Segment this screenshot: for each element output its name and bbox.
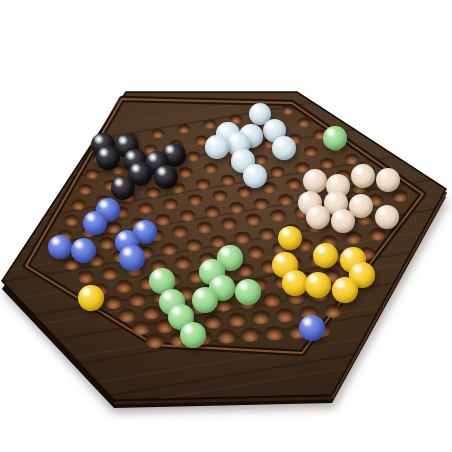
board-hole[interactable] bbox=[99, 237, 115, 249]
board-hole[interactable] bbox=[77, 270, 94, 283]
marble-lightblue[interactable] bbox=[243, 164, 267, 188]
marble-tan[interactable] bbox=[303, 169, 327, 193]
marble-yellow[interactable] bbox=[313, 243, 338, 268]
board-hole[interactable] bbox=[105, 296, 123, 309]
board-hole[interactable] bbox=[265, 326, 284, 340]
board-hole[interactable] bbox=[71, 199, 86, 210]
board-hole[interactable] bbox=[138, 202, 153, 213]
board-hole[interactable] bbox=[186, 239, 202, 251]
marble-yellow[interactable] bbox=[305, 272, 331, 298]
board-hole[interactable] bbox=[263, 293, 281, 307]
board-hole[interactable] bbox=[220, 175, 235, 186]
board-hole[interactable] bbox=[324, 304, 343, 318]
board-hole[interactable] bbox=[276, 308, 295, 322]
board-hole[interactable] bbox=[196, 179, 211, 190]
board-hole[interactable] bbox=[254, 198, 269, 210]
board-hole[interactable] bbox=[212, 190, 227, 201]
board-hole[interactable] bbox=[161, 243, 177, 255]
board-hole[interactable] bbox=[237, 186, 252, 197]
marble-tan[interactable] bbox=[376, 168, 400, 192]
board-hole[interactable] bbox=[252, 310, 271, 324]
marble-lightblue[interactable] bbox=[272, 136, 295, 159]
marble-lightblue[interactable] bbox=[205, 135, 228, 158]
board-hole[interactable] bbox=[369, 228, 386, 241]
board-hole[interactable] bbox=[102, 267, 119, 280]
marble-black[interactable] bbox=[96, 146, 120, 170]
board-hole[interactable] bbox=[259, 228, 275, 240]
board-hole[interactable] bbox=[132, 321, 151, 335]
board-hole[interactable] bbox=[146, 334, 165, 348]
marble-black[interactable] bbox=[154, 165, 178, 189]
board-hole[interactable] bbox=[155, 214, 170, 226]
board-hole[interactable] bbox=[187, 151, 201, 161]
board-hole[interactable] bbox=[188, 194, 203, 205]
board-hole[interactable] bbox=[129, 293, 147, 306]
board-hole[interactable] bbox=[228, 313, 247, 327]
board-hole[interactable] bbox=[345, 154, 360, 165]
board-hole[interactable] bbox=[392, 190, 408, 202]
board-hole[interactable] bbox=[118, 308, 136, 322]
board-hole[interactable] bbox=[229, 202, 244, 214]
board-hole[interactable] bbox=[178, 124, 191, 133]
marble-black[interactable] bbox=[111, 176, 135, 200]
board-hole[interactable] bbox=[221, 218, 237, 230]
board-hole[interactable] bbox=[278, 194, 293, 206]
board-hole[interactable] bbox=[115, 280, 132, 293]
board-hole[interactable] bbox=[217, 329, 236, 343]
board-hole[interactable] bbox=[197, 221, 213, 233]
marble-green[interactable] bbox=[235, 279, 261, 305]
board-hole[interactable] bbox=[304, 146, 318, 156]
marble-green[interactable] bbox=[323, 126, 346, 149]
marble-yellow[interactable] bbox=[332, 277, 358, 303]
board-hole[interactable] bbox=[64, 215, 79, 226]
marble-green[interactable] bbox=[192, 287, 218, 313]
board-photo bbox=[0, 0, 452, 452]
board-hole[interactable] bbox=[270, 210, 286, 222]
board-hole[interactable] bbox=[204, 315, 223, 329]
board-hole[interactable] bbox=[205, 206, 220, 218]
board-hole[interactable] bbox=[345, 232, 362, 245]
board-hole[interactable] bbox=[172, 225, 188, 237]
board-hole[interactable] bbox=[204, 119, 217, 128]
board-hole[interactable] bbox=[270, 166, 285, 177]
board-hole[interactable] bbox=[320, 158, 335, 169]
board-hole[interactable] bbox=[152, 129, 165, 138]
board-hole[interactable] bbox=[241, 328, 260, 342]
board-hole[interactable] bbox=[175, 256, 192, 269]
board-hole[interactable] bbox=[163, 198, 178, 209]
board-hole[interactable] bbox=[204, 163, 218, 173]
marble-blue[interactable] bbox=[119, 245, 144, 270]
board-hole[interactable] bbox=[86, 169, 100, 179]
marble-green[interactable] bbox=[180, 322, 206, 348]
board-hole[interactable] bbox=[248, 246, 265, 259]
board-hole[interactable] bbox=[246, 214, 262, 226]
marble-yellow[interactable] bbox=[78, 285, 104, 311]
marble-tan[interactable] bbox=[351, 164, 375, 188]
board-hole[interactable] bbox=[179, 167, 193, 177]
board-hole[interactable] bbox=[180, 210, 195, 222]
marble-blue[interactable] bbox=[71, 238, 96, 263]
board-hole[interactable] bbox=[146, 187, 161, 198]
board-hole[interactable] bbox=[286, 178, 301, 189]
board-hole[interactable] bbox=[142, 306, 160, 320]
board-hole[interactable] bbox=[282, 105, 295, 114]
marble-blue[interactable] bbox=[299, 315, 325, 341]
board-hole[interactable] bbox=[234, 232, 250, 244]
board-hole[interactable] bbox=[78, 184, 92, 194]
board-hole[interactable] bbox=[297, 117, 310, 127]
marble-yellow[interactable] bbox=[282, 270, 308, 296]
